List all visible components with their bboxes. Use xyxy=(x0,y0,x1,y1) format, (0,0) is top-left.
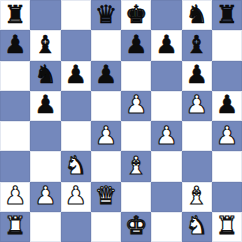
square-b8[interactable] xyxy=(30,0,60,30)
square-e7[interactable]: ♟ xyxy=(121,30,151,60)
black-rook-icon[interactable]: ♜ xyxy=(4,2,26,27)
square-e8[interactable]: ♚ xyxy=(121,0,151,30)
square-d2[interactable]: ♛ xyxy=(91,182,121,212)
square-e5[interactable]: ♟ xyxy=(121,91,151,121)
square-f4[interactable]: ♟ xyxy=(151,121,181,151)
square-h2[interactable] xyxy=(212,182,242,212)
square-h3[interactable] xyxy=(212,151,242,181)
square-c8[interactable] xyxy=(61,0,91,30)
white-pawn-icon[interactable]: ♟ xyxy=(34,183,56,208)
square-g5[interactable]: ♟ xyxy=(182,91,212,121)
square-f5[interactable] xyxy=(151,91,181,121)
white-pawn-icon[interactable]: ♟ xyxy=(155,123,177,148)
square-b5[interactable]: ♟ xyxy=(30,91,60,121)
square-a4[interactable] xyxy=(0,121,30,151)
square-d4[interactable]: ♟ xyxy=(91,121,121,151)
square-b3[interactable] xyxy=(30,151,60,181)
square-c1[interactable] xyxy=(61,212,91,242)
white-king-icon[interactable]: ♚ xyxy=(125,213,147,238)
square-a8[interactable]: ♜ xyxy=(0,0,30,30)
white-rook-icon[interactable]: ♜ xyxy=(4,213,26,238)
black-pawn-icon[interactable]: ♟ xyxy=(64,62,86,87)
square-e3[interactable]: ♝ xyxy=(121,151,151,181)
square-e1[interactable]: ♚ xyxy=(121,212,151,242)
white-pawn-icon[interactable]: ♟ xyxy=(4,183,26,208)
square-d7[interactable] xyxy=(91,30,121,60)
square-h8[interactable]: ♜ xyxy=(212,0,242,30)
black-pawn-icon[interactable]: ♟ xyxy=(185,62,207,87)
square-g1[interactable]: ♞ xyxy=(182,212,212,242)
black-pawn-icon[interactable]: ♟ xyxy=(95,62,117,87)
white-pawn-icon[interactable]: ♟ xyxy=(95,123,117,148)
square-f3[interactable] xyxy=(151,151,181,181)
square-d5[interactable] xyxy=(91,91,121,121)
square-d8[interactable]: ♛ xyxy=(91,0,121,30)
black-rook-icon[interactable]: ♜ xyxy=(216,2,238,27)
white-knight-icon[interactable]: ♞ xyxy=(64,153,86,178)
square-d3[interactable] xyxy=(91,151,121,181)
white-pawn-icon[interactable]: ♟ xyxy=(125,92,147,117)
square-d1[interactable] xyxy=(91,212,121,242)
square-h6[interactable] xyxy=(212,61,242,91)
white-bishop-icon[interactable]: ♝ xyxy=(185,183,207,208)
square-b6[interactable]: ♞ xyxy=(30,61,60,91)
square-d6[interactable]: ♟ xyxy=(91,61,121,91)
square-e2[interactable] xyxy=(121,182,151,212)
white-rook-icon[interactable]: ♜ xyxy=(216,213,238,238)
square-c4[interactable] xyxy=(61,121,91,151)
square-f2[interactable] xyxy=(151,182,181,212)
black-pawn-icon[interactable]: ♟ xyxy=(216,92,238,117)
square-g3[interactable] xyxy=(182,151,212,181)
white-pawn-icon[interactable]: ♟ xyxy=(216,123,238,148)
square-b1[interactable] xyxy=(30,212,60,242)
white-knight-icon[interactable]: ♞ xyxy=(185,213,207,238)
white-pawn-icon[interactable]: ♟ xyxy=(64,183,86,208)
square-f8[interactable] xyxy=(151,0,181,30)
black-king-icon[interactable]: ♚ xyxy=(125,2,147,27)
square-a6[interactable] xyxy=(0,61,30,91)
square-b4[interactable] xyxy=(30,121,60,151)
black-queen-icon[interactable]: ♛ xyxy=(95,2,117,27)
white-queen-icon[interactable]: ♛ xyxy=(95,183,117,208)
square-h7[interactable] xyxy=(212,30,242,60)
square-b7[interactable]: ♝ xyxy=(30,30,60,60)
square-e4[interactable] xyxy=(121,121,151,151)
white-bishop-icon[interactable]: ♝ xyxy=(125,153,147,178)
square-g4[interactable] xyxy=(182,121,212,151)
black-knight-icon[interactable]: ♞ xyxy=(34,62,56,87)
square-h5[interactable]: ♟ xyxy=(212,91,242,121)
square-b2[interactable]: ♟ xyxy=(30,182,60,212)
black-pawn-icon[interactable]: ♟ xyxy=(34,92,56,117)
square-g6[interactable]: ♟ xyxy=(182,61,212,91)
square-a1[interactable]: ♜ xyxy=(0,212,30,242)
square-f7[interactable]: ♟ xyxy=(151,30,181,60)
chess-board: ♜♛♚♞♜♟♝♟♟♝♞♟♟♟♟♟♟♟♟♟♟♞♝♟♟♟♛♝♜♚♞♜ xyxy=(0,0,242,242)
square-a3[interactable] xyxy=(0,151,30,181)
square-c7[interactable] xyxy=(61,30,91,60)
square-g7[interactable]: ♝ xyxy=(182,30,212,60)
square-a2[interactable]: ♟ xyxy=(0,182,30,212)
square-c6[interactable]: ♟ xyxy=(61,61,91,91)
square-e6[interactable] xyxy=(121,61,151,91)
black-pawn-icon[interactable]: ♟ xyxy=(125,32,147,57)
square-c2[interactable]: ♟ xyxy=(61,182,91,212)
square-f1[interactable] xyxy=(151,212,181,242)
square-c5[interactable] xyxy=(61,91,91,121)
black-bishop-icon[interactable]: ♝ xyxy=(185,32,207,57)
square-c3[interactable]: ♞ xyxy=(61,151,91,181)
square-a5[interactable] xyxy=(0,91,30,121)
black-bishop-icon[interactable]: ♝ xyxy=(34,32,56,57)
black-pawn-icon[interactable]: ♟ xyxy=(155,32,177,57)
white-pawn-icon[interactable]: ♟ xyxy=(185,92,207,117)
black-pawn-icon[interactable]: ♟ xyxy=(4,32,26,57)
square-h1[interactable]: ♜ xyxy=(212,212,242,242)
square-h4[interactable]: ♟ xyxy=(212,121,242,151)
square-f6[interactable] xyxy=(151,61,181,91)
square-g8[interactable]: ♞ xyxy=(182,0,212,30)
square-a7[interactable]: ♟ xyxy=(0,30,30,60)
square-g2[interactable]: ♝ xyxy=(182,182,212,212)
black-knight-icon[interactable]: ♞ xyxy=(185,2,207,27)
